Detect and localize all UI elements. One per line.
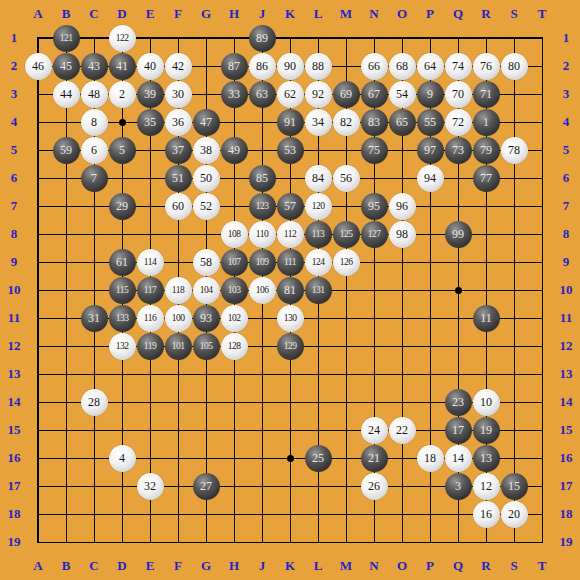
move-number: 92 [312,87,324,102]
stone-white-18-P16[interactable]: 18 [417,445,444,472]
move-number: 57 [284,199,296,214]
row-label-left-12: 12 [4,339,24,353]
stone-white-86-J2[interactable]: 86 [249,53,276,80]
stone-black-53-K5[interactable]: 53 [277,137,304,164]
move-number: 105 [200,341,213,351]
stone-black-123-J7[interactable]: 123 [249,193,276,220]
move-number: 123 [256,201,269,211]
row-label-right-12: 12 [556,339,576,353]
column-label-top-F: F [168,7,188,21]
move-number: 51 [172,171,184,186]
column-label-bottom-A: A [28,559,48,573]
stone-white-38-G5[interactable]: 38 [193,137,220,164]
stone-black-25-L16[interactable]: 25 [305,445,332,472]
stone-black-87-H2[interactable]: 87 [221,53,248,80]
stone-white-12-R17[interactable]: 12 [473,473,500,500]
stone-white-26-N17[interactable]: 26 [361,473,388,500]
move-number: 66 [368,59,380,74]
move-number: 40 [144,59,156,74]
stone-white-42-F2[interactable]: 42 [165,53,192,80]
move-number: 53 [284,143,296,158]
stone-black-93-G11[interactable]: 93 [193,305,220,332]
stone-white-60-F7[interactable]: 60 [165,193,192,220]
row-label-left-11: 11 [4,311,24,325]
stone-white-128-H12[interactable]: 128 [221,333,248,360]
stone-white-118-F10[interactable]: 118 [165,277,192,304]
stone-white-56-M6[interactable]: 56 [333,165,360,192]
move-number: 37 [172,143,184,158]
column-label-bottom-Q: Q [448,559,468,573]
stone-black-81-K10[interactable]: 81 [277,277,304,304]
move-number: 124 [312,257,325,267]
row-label-left-2: 2 [4,59,24,73]
move-number: 114 [144,257,156,267]
stone-black-127-N8[interactable]: 127 [361,221,388,248]
column-label-top-N: N [364,7,384,21]
move-number: 118 [172,285,184,295]
row-label-left-4: 4 [4,115,24,129]
column-label-bottom-E: E [140,559,160,573]
stone-black-131-L10[interactable]: 131 [305,277,332,304]
move-number: 12 [480,479,492,494]
move-number: 44 [60,87,72,102]
stone-black-75-N5[interactable]: 75 [361,137,388,164]
stone-white-108-H8[interactable]: 108 [221,221,248,248]
move-number: 82 [340,115,352,130]
move-number: 8 [91,115,97,130]
move-number: 41 [116,59,128,74]
move-number: 56 [340,171,352,186]
column-label-top-S: S [504,7,524,21]
move-number: 23 [452,395,464,410]
move-number: 103 [228,285,241,295]
move-number: 120 [312,201,325,211]
stone-black-41-D2[interactable]: 41 [109,53,136,80]
move-number: 6 [91,143,97,158]
stone-white-8-C4[interactable]: 8 [81,109,108,136]
move-number: 69 [340,87,352,102]
stone-black-105-G12[interactable]: 105 [193,333,220,360]
stone-white-14-Q16[interactable]: 14 [445,445,472,472]
stone-white-120-L7[interactable]: 120 [305,193,332,220]
row-label-right-19: 19 [556,535,576,549]
move-number: 9 [427,87,433,102]
stone-white-62-K3[interactable]: 62 [277,81,304,108]
stone-black-17-Q15[interactable]: 17 [445,417,472,444]
column-label-top-P: P [420,7,440,21]
move-number: 42 [172,59,184,74]
row-label-right-10: 10 [556,283,576,297]
move-number: 28 [88,395,100,410]
stone-black-1-R4[interactable]: 1 [473,109,500,136]
row-label-left-1: 1 [4,31,24,45]
column-label-bottom-F: F [168,559,188,573]
column-label-bottom-P: P [420,559,440,573]
move-number: 29 [116,199,128,214]
stone-white-72-Q4[interactable]: 72 [445,109,472,136]
stone-black-117-E10[interactable]: 117 [137,277,164,304]
row-label-right-4: 4 [556,115,576,129]
move-number: 38 [200,143,212,158]
move-number: 126 [340,257,353,267]
stone-white-94-P6[interactable]: 94 [417,165,444,192]
move-number: 122 [116,33,129,43]
column-label-top-L: L [308,7,328,21]
move-number: 55 [424,115,436,130]
stone-white-80-S2[interactable]: 80 [501,53,528,80]
row-label-left-9: 9 [4,255,24,269]
row-label-right-6: 6 [556,171,576,185]
stone-white-54-O3[interactable]: 54 [389,81,416,108]
move-number: 85 [256,171,268,186]
stone-white-32-E17[interactable]: 32 [137,473,164,500]
stone-black-45-B2[interactable]: 45 [53,53,80,80]
stone-black-27-G17[interactable]: 27 [193,473,220,500]
move-number: 21 [368,451,380,466]
stone-white-44-B3[interactable]: 44 [53,81,80,108]
stone-white-122-D1[interactable]: 122 [109,25,136,52]
row-label-right-2: 2 [556,59,576,73]
row-label-left-10: 10 [4,283,24,297]
row-label-right-16: 16 [556,451,576,465]
move-number: 67 [368,87,380,102]
stone-white-40-E2[interactable]: 40 [137,53,164,80]
stone-black-89-J1[interactable]: 89 [249,25,276,52]
row-label-left-8: 8 [4,227,24,241]
stone-white-70-Q3[interactable]: 70 [445,81,472,108]
move-number: 59 [60,143,72,158]
stone-white-2-D3[interactable]: 2 [109,81,136,108]
stone-white-102-H11[interactable]: 102 [221,305,248,332]
column-label-bottom-M: M [336,559,356,573]
stone-white-98-O8[interactable]: 98 [389,221,416,248]
move-number: 36 [172,115,184,130]
row-label-right-17: 17 [556,479,576,493]
move-number: 46 [32,59,44,74]
stone-black-111-K9[interactable]: 111 [277,249,304,276]
column-label-top-M: M [336,7,356,21]
move-number: 60 [172,199,184,214]
stone-black-63-J3[interactable]: 63 [249,81,276,108]
column-label-bottom-H: H [224,559,244,573]
stone-white-6-C5[interactable]: 6 [81,137,108,164]
move-number: 52 [200,199,212,214]
move-number: 39 [144,87,156,102]
move-number: 30 [172,87,184,102]
column-label-top-K: K [280,7,300,21]
move-number: 113 [312,229,324,239]
move-number: 133 [116,313,129,323]
move-number: 102 [228,313,241,323]
move-number: 54 [396,87,408,102]
stone-black-99-Q8[interactable]: 99 [445,221,472,248]
move-number: 26 [368,479,380,494]
stone-black-101-F12[interactable]: 101 [165,333,192,360]
move-number: 14 [452,451,464,466]
column-label-top-O: O [392,7,412,21]
stone-black-103-H10[interactable]: 103 [221,277,248,304]
move-number: 32 [144,479,156,494]
stone-black-31-C11[interactable]: 31 [81,305,108,332]
stone-black-67-N3[interactable]: 67 [361,81,388,108]
stone-black-13-R16[interactable]: 13 [473,445,500,472]
stone-black-107-H9[interactable]: 107 [221,249,248,276]
stone-black-109-J9[interactable]: 109 [249,249,276,276]
stone-black-57-K7[interactable]: 57 [277,193,304,220]
stone-black-79-R5[interactable]: 79 [473,137,500,164]
move-number: 110 [256,229,268,239]
row-label-left-5: 5 [4,143,24,157]
stone-black-83-N4[interactable]: 83 [361,109,388,136]
move-number: 83 [368,115,380,130]
column-label-bottom-J: J [252,559,272,573]
stone-black-125-M8[interactable]: 125 [333,221,360,248]
row-label-left-17: 17 [4,479,24,493]
stone-white-30-F3[interactable]: 30 [165,81,192,108]
move-number: 48 [88,87,100,102]
go-board[interactable]: AABBCCDDEEFFGGHHJJKKLLMMNNOOPPQQRRSSTT11… [0,0,580,580]
move-number: 15 [508,479,520,494]
stone-white-4-D16[interactable]: 4 [109,445,136,472]
move-number: 116 [144,313,156,323]
row-label-left-19: 19 [4,535,24,549]
move-number: 96 [396,199,408,214]
move-number: 13 [480,451,492,466]
stone-white-110-J8[interactable]: 110 [249,221,276,248]
column-label-bottom-D: D [112,559,132,573]
move-number: 97 [424,143,436,158]
move-number: 16 [480,507,492,522]
stone-black-47-G4[interactable]: 47 [193,109,220,136]
stone-white-106-J10[interactable]: 106 [249,277,276,304]
move-number: 27 [200,479,212,494]
stone-black-3-Q17[interactable]: 3 [445,473,472,500]
stone-black-49-H5[interactable]: 49 [221,137,248,164]
stone-white-132-D12[interactable]: 132 [109,333,136,360]
stone-black-133-D11[interactable]: 133 [109,305,136,332]
stone-white-90-K2[interactable]: 90 [277,53,304,80]
stone-black-43-C2[interactable]: 43 [81,53,108,80]
column-label-top-G: G [196,7,216,21]
move-number: 108 [228,229,241,239]
stone-black-19-R15[interactable]: 19 [473,417,500,444]
move-number: 112 [284,229,296,239]
stone-black-59-B5[interactable]: 59 [53,137,80,164]
star-point-D4 [119,119,126,126]
stone-black-55-P4[interactable]: 55 [417,109,444,136]
stone-white-16-R18[interactable]: 16 [473,501,500,528]
move-number: 20 [508,507,520,522]
move-number: 119 [144,341,156,351]
move-number: 3 [455,479,461,494]
row-label-right-8: 8 [556,227,576,241]
move-number: 89 [256,31,268,46]
move-number: 131 [312,285,325,295]
stone-white-96-O7[interactable]: 96 [389,193,416,220]
move-number: 81 [284,283,296,298]
stone-white-74-Q2[interactable]: 74 [445,53,472,80]
row-label-right-13: 13 [556,367,576,381]
stone-black-65-O4[interactable]: 65 [389,109,416,136]
move-number: 117 [144,285,156,295]
stone-black-39-E3[interactable]: 39 [137,81,164,108]
move-number: 72 [452,115,464,130]
move-number: 80 [508,59,520,74]
column-label-top-E: E [140,7,160,21]
stone-white-22-O15[interactable]: 22 [389,417,416,444]
stone-black-7-C6[interactable]: 7 [81,165,108,192]
move-number: 19 [480,423,492,438]
column-label-top-B: B [56,7,76,21]
stone-white-112-K8[interactable]: 112 [277,221,304,248]
move-number: 125 [340,229,353,239]
stone-black-51-F6[interactable]: 51 [165,165,192,192]
stone-black-35-E4[interactable]: 35 [137,109,164,136]
move-number: 11 [480,311,492,326]
column-label-top-Q: Q [448,7,468,21]
stone-white-88-L2[interactable]: 88 [305,53,332,80]
stone-white-34-L4[interactable]: 34 [305,109,332,136]
move-number: 35 [144,115,156,130]
move-number: 95 [368,199,380,214]
column-label-top-D: D [112,7,132,21]
stone-black-129-K12[interactable]: 129 [277,333,304,360]
stone-black-23-Q14[interactable]: 23 [445,389,472,416]
column-label-top-H: H [224,7,244,21]
row-label-right-9: 9 [556,255,576,269]
move-number: 70 [452,87,464,102]
stone-black-71-R3[interactable]: 71 [473,81,500,108]
column-label-bottom-B: B [56,559,76,573]
stone-white-76-R2[interactable]: 76 [473,53,500,80]
stone-black-69-M3[interactable]: 69 [333,81,360,108]
row-label-left-14: 14 [4,395,24,409]
star-point-Q10 [455,287,462,294]
column-label-bottom-T: T [532,559,552,573]
stone-white-82-M4[interactable]: 82 [333,109,360,136]
move-number: 5 [119,143,125,158]
move-number: 58 [200,255,212,270]
stone-white-58-G9[interactable]: 58 [193,249,220,276]
move-number: 47 [200,115,212,130]
stone-white-10-R14[interactable]: 10 [473,389,500,416]
stone-white-24-N15[interactable]: 24 [361,417,388,444]
stone-white-66-N2[interactable]: 66 [361,53,388,80]
stone-black-85-J6[interactable]: 85 [249,165,276,192]
stone-white-116-E11[interactable]: 116 [137,305,164,332]
stone-white-124-L9[interactable]: 124 [305,249,332,276]
stone-black-97-P5[interactable]: 97 [417,137,444,164]
stone-white-130-K11[interactable]: 130 [277,305,304,332]
stone-white-46-A2[interactable]: 46 [25,53,52,80]
stone-black-121-B1[interactable]: 121 [53,25,80,52]
stone-black-37-F5[interactable]: 37 [165,137,192,164]
stone-black-77-R6[interactable]: 77 [473,165,500,192]
move-number: 71 [480,87,492,102]
move-number: 94 [424,171,436,186]
move-number: 22 [396,423,408,438]
stone-white-50-G6[interactable]: 50 [193,165,220,192]
move-number: 4 [119,451,125,466]
stone-black-11-R11[interactable]: 11 [473,305,500,332]
stone-white-104-G10[interactable]: 104 [193,277,220,304]
move-number: 130 [284,313,297,323]
move-number: 64 [424,59,436,74]
stone-white-48-C3[interactable]: 48 [81,81,108,108]
row-label-left-15: 15 [4,423,24,437]
stone-white-84-L6[interactable]: 84 [305,165,332,192]
move-number: 88 [312,59,324,74]
stone-white-52-G7[interactable]: 52 [193,193,220,220]
move-number: 7 [91,171,97,186]
column-label-bottom-L: L [308,559,328,573]
stone-black-15-S17[interactable]: 15 [501,473,528,500]
stone-white-28-C14[interactable]: 28 [81,389,108,416]
stone-white-114-E9[interactable]: 114 [137,249,164,276]
stone-white-92-L3[interactable]: 92 [305,81,332,108]
move-number: 63 [256,87,268,102]
stone-black-21-N16[interactable]: 21 [361,445,388,472]
move-number: 43 [88,59,100,74]
move-number: 45 [60,59,72,74]
stone-black-33-H3[interactable]: 33 [221,81,248,108]
stone-black-95-N7[interactable]: 95 [361,193,388,220]
move-number: 87 [228,59,240,74]
stone-white-64-P2[interactable]: 64 [417,53,444,80]
row-label-left-3: 3 [4,87,24,101]
move-number: 24 [368,423,380,438]
stone-black-91-K4[interactable]: 91 [277,109,304,136]
move-number: 99 [452,227,464,242]
stone-black-29-D7[interactable]: 29 [109,193,136,220]
column-label-bottom-N: N [364,559,384,573]
row-label-right-11: 11 [556,311,576,325]
move-number: 77 [480,171,492,186]
move-number: 50 [200,171,212,186]
stone-black-9-P3[interactable]: 9 [417,81,444,108]
move-number: 10 [480,395,492,410]
move-number: 90 [284,59,296,74]
column-label-bottom-R: R [476,559,496,573]
stone-black-119-E12[interactable]: 119 [137,333,164,360]
move-number: 115 [116,285,128,295]
stone-black-61-D9[interactable]: 61 [109,249,136,276]
stone-black-5-D5[interactable]: 5 [109,137,136,164]
stone-white-68-O2[interactable]: 68 [389,53,416,80]
row-label-left-13: 13 [4,367,24,381]
stone-black-115-D10[interactable]: 115 [109,277,136,304]
stone-white-78-S5[interactable]: 78 [501,137,528,164]
move-number: 18 [424,451,436,466]
stone-black-73-Q5[interactable]: 73 [445,137,472,164]
move-number: 86 [256,59,268,74]
move-number: 109 [256,257,269,267]
stone-white-100-F11[interactable]: 100 [165,305,192,332]
stone-black-113-L8[interactable]: 113 [305,221,332,248]
move-number: 106 [256,285,269,295]
move-number: 34 [312,115,324,130]
column-label-top-J: J [252,7,272,21]
row-label-right-7: 7 [556,199,576,213]
row-label-left-18: 18 [4,507,24,521]
star-point-K16 [287,455,294,462]
stone-white-36-F4[interactable]: 36 [165,109,192,136]
column-label-bottom-O: O [392,559,412,573]
stone-white-126-M9[interactable]: 126 [333,249,360,276]
stone-white-20-S18[interactable]: 20 [501,501,528,528]
row-label-right-5: 5 [556,143,576,157]
move-number: 79 [480,143,492,158]
